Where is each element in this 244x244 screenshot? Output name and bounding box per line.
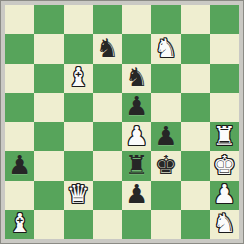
square-d5[interactable] [93, 93, 122, 122]
square-e2[interactable]: ♟ [122, 181, 151, 210]
square-h2[interactable]: ♟ [210, 181, 239, 210]
square-c4[interactable] [64, 122, 93, 151]
square-a3[interactable]: ♟ [5, 151, 34, 180]
square-d6[interactable] [93, 64, 122, 93]
square-a7[interactable] [5, 34, 34, 63]
white-knight-f7[interactable]: ♞ [154, 35, 177, 61]
square-e7[interactable] [122, 34, 151, 63]
square-b2[interactable] [34, 181, 63, 210]
square-h6[interactable] [210, 64, 239, 93]
square-b4[interactable] [34, 122, 63, 151]
white-knight-h1[interactable]: ♞ [213, 210, 236, 236]
black-knight-d7[interactable]: ♞ [96, 35, 119, 61]
square-d8[interactable] [93, 5, 122, 34]
square-e8[interactable] [122, 5, 151, 34]
white-rook-h4[interactable]: ♜ [213, 123, 236, 149]
square-b3[interactable] [34, 151, 63, 180]
square-f4[interactable]: ♟ [151, 122, 180, 151]
black-pawn-f4[interactable]: ♟ [154, 123, 177, 149]
white-bishop-a1[interactable]: ♝ [8, 210, 31, 236]
square-d3[interactable] [93, 151, 122, 180]
square-g7[interactable] [181, 34, 210, 63]
square-c2[interactable]: ♛ [64, 181, 93, 210]
square-f5[interactable] [151, 93, 180, 122]
square-c5[interactable] [64, 93, 93, 122]
square-g3[interactable] [181, 151, 210, 180]
square-h1[interactable]: ♞ [210, 210, 239, 239]
black-knight-e6[interactable]: ♞ [125, 64, 148, 90]
square-e4[interactable]: ♟ [122, 122, 151, 151]
square-f2[interactable] [151, 181, 180, 210]
chess-board: ♞♞♝♞♟♟♟♜♟♜♚♚♛♟♟♝♞ [5, 5, 239, 239]
square-a8[interactable] [5, 5, 34, 34]
square-d7[interactable]: ♞ [93, 34, 122, 63]
square-d4[interactable] [93, 122, 122, 151]
square-a6[interactable] [5, 64, 34, 93]
square-h4[interactable]: ♜ [210, 122, 239, 151]
square-h3[interactable]: ♚ [210, 151, 239, 180]
square-g2[interactable] [181, 181, 210, 210]
black-king-f3[interactable]: ♚ [154, 152, 177, 178]
square-a2[interactable] [5, 181, 34, 210]
white-pawn-e4[interactable]: ♟ [125, 123, 148, 149]
square-g4[interactable] [181, 122, 210, 151]
square-h5[interactable] [210, 93, 239, 122]
square-d1[interactable] [93, 210, 122, 239]
black-pawn-e2[interactable]: ♟ [125, 181, 148, 207]
square-f6[interactable] [151, 64, 180, 93]
square-h7[interactable] [210, 34, 239, 63]
square-c8[interactable] [64, 5, 93, 34]
square-b8[interactable] [34, 5, 63, 34]
square-b7[interactable] [34, 34, 63, 63]
square-g1[interactable] [181, 210, 210, 239]
square-g8[interactable] [181, 5, 210, 34]
square-f1[interactable] [151, 210, 180, 239]
square-g5[interactable] [181, 93, 210, 122]
square-g6[interactable] [181, 64, 210, 93]
square-e1[interactable] [122, 210, 151, 239]
square-a1[interactable]: ♝ [5, 210, 34, 239]
square-f7[interactable]: ♞ [151, 34, 180, 63]
white-queen-c2[interactable]: ♛ [66, 181, 89, 207]
square-h8[interactable] [210, 5, 239, 34]
square-f8[interactable] [151, 5, 180, 34]
black-pawn-e5[interactable]: ♟ [125, 93, 148, 119]
black-pawn-a3[interactable]: ♟ [8, 152, 31, 178]
white-bishop-c6[interactable]: ♝ [66, 64, 89, 90]
square-e5[interactable]: ♟ [122, 93, 151, 122]
square-c7[interactable] [64, 34, 93, 63]
square-e6[interactable]: ♞ [122, 64, 151, 93]
board-frame: ♞♞♝♞♟♟♟♜♟♜♚♚♛♟♟♝♞ [0, 0, 244, 244]
square-e3[interactable]: ♜ [122, 151, 151, 180]
square-b1[interactable] [34, 210, 63, 239]
square-c1[interactable] [64, 210, 93, 239]
white-pawn-h2[interactable]: ♟ [213, 181, 236, 207]
square-d2[interactable] [93, 181, 122, 210]
square-f3[interactable]: ♚ [151, 151, 180, 180]
square-b5[interactable] [34, 93, 63, 122]
square-a4[interactable] [5, 122, 34, 151]
white-king-h3[interactable]: ♚ [213, 152, 236, 178]
square-c6[interactable]: ♝ [64, 64, 93, 93]
square-a5[interactable] [5, 93, 34, 122]
square-c3[interactable] [64, 151, 93, 180]
square-b6[interactable] [34, 64, 63, 93]
black-rook-e3[interactable]: ♜ [125, 152, 148, 178]
